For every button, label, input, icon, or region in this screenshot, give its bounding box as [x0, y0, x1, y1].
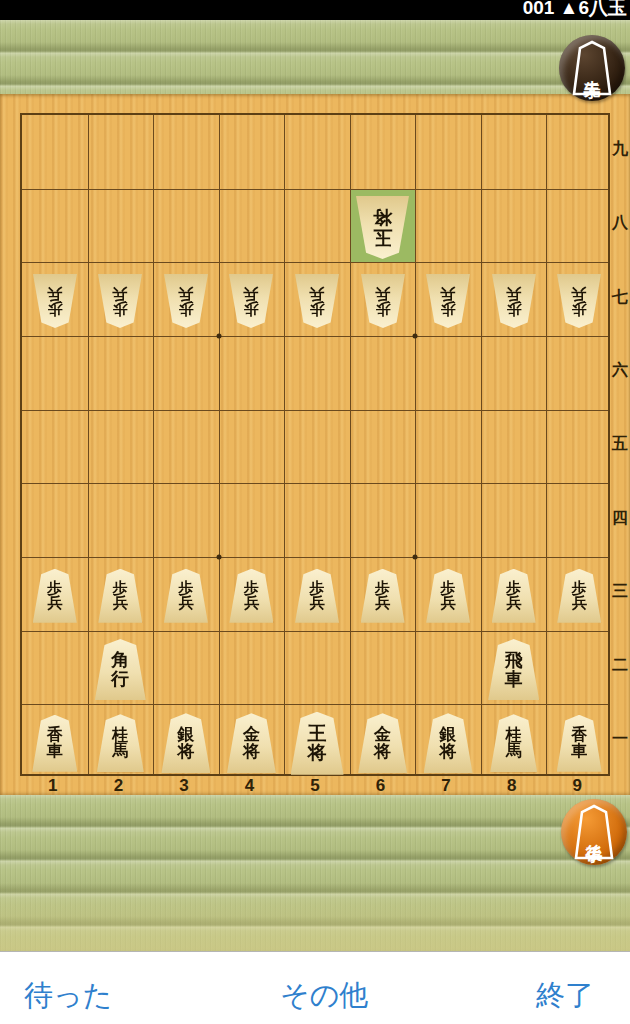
piece-kanji: 歩 [113, 301, 128, 316]
file-label: 5 [282, 777, 348, 795]
piece-4-3[interactable]: 歩兵 [229, 569, 273, 623]
file-label: 7 [413, 777, 479, 795]
piece-kanji: 将 [374, 743, 391, 760]
file-label: 9 [544, 777, 610, 795]
shogi-board: 玉将歩兵歩兵歩兵歩兵歩兵歩兵歩兵歩兵歩兵歩兵歩兵歩兵歩兵歩兵歩兵歩兵歩兵歩兵角行… [0, 94, 630, 795]
piece-kanji: 車 [505, 670, 523, 688]
rank-label: 七 [610, 260, 630, 334]
piece-7-3[interactable]: 歩兵 [426, 569, 470, 623]
piece-kanji: 兵 [506, 286, 521, 301]
piece-kanji: 兵 [572, 596, 587, 611]
grid-line-horizontal [22, 631, 608, 632]
move-number-label: 001 ▲6八玉 [523, 0, 627, 20]
piece-kanji: 歩 [178, 301, 193, 316]
piece-kanji: 兵 [441, 596, 456, 611]
piece-kanji: 車 [571, 743, 587, 759]
piece-7-7[interactable]: 歩兵 [426, 274, 470, 328]
piece-kanji: 兵 [113, 286, 128, 301]
grid-line-horizontal [22, 483, 608, 484]
piece-kanji: 兵 [310, 596, 325, 611]
piece-kanji: 兵 [178, 596, 193, 611]
piece-2-7[interactable]: 歩兵 [98, 274, 142, 328]
piece-6-3[interactable]: 歩兵 [361, 569, 405, 623]
piece-kanji: 兵 [310, 286, 325, 301]
grid-line-vertical [284, 115, 285, 774]
piece-4-1[interactable]: 金将 [227, 713, 276, 773]
undo-button[interactable]: 待った [24, 966, 112, 1024]
rank-label: 八 [610, 187, 630, 261]
file-label: 2 [86, 777, 152, 795]
rank-label: 三 [610, 555, 630, 629]
grid-line-horizontal [22, 557, 608, 558]
piece-7-1[interactable]: 銀将 [424, 713, 473, 773]
piece-kanji: 兵 [441, 286, 456, 301]
grid-line-horizontal [22, 262, 608, 263]
piece-9-3[interactable]: 歩兵 [557, 569, 601, 623]
piece-2-1[interactable]: 桂馬 [97, 714, 144, 772]
piece-kanji: 兵 [113, 596, 128, 611]
star-point [216, 555, 221, 560]
grid-line-horizontal [22, 336, 608, 337]
piece-2-3[interactable]: 歩兵 [98, 569, 142, 623]
piece-kanji: 歩 [375, 301, 390, 316]
grid-line-vertical [481, 115, 482, 774]
piece-kanji: 歩 [441, 301, 456, 316]
piece-5-7[interactable]: 歩兵 [295, 274, 339, 328]
star-point [216, 334, 221, 339]
piece-3-7[interactable]: 歩兵 [164, 274, 208, 328]
sente-player-badge: 先手 [559, 35, 625, 101]
piece-kanji: 歩 [572, 301, 587, 316]
piece-kanji: 兵 [506, 596, 521, 611]
piece-kanji: 兵 [47, 286, 62, 301]
piece-kanji: 馬 [112, 743, 128, 759]
piece-kanji: 将 [243, 743, 260, 760]
piece-kanji: 兵 [244, 286, 259, 301]
star-point [413, 555, 418, 560]
piece-2-2[interactable]: 角行 [95, 639, 146, 700]
rank-label: 九 [610, 113, 630, 187]
rank-label: 六 [610, 334, 630, 408]
rank-label: 四 [610, 481, 630, 555]
grid-line-vertical [415, 115, 416, 774]
piece-8-3[interactable]: 歩兵 [492, 569, 536, 623]
piece-kanji: 兵 [375, 286, 390, 301]
piece-8-1[interactable]: 桂馬 [490, 714, 537, 772]
star-point [413, 334, 418, 339]
piece-kanji: 兵 [244, 596, 259, 611]
piece-kanji: 兵 [375, 596, 390, 611]
file-label: 3 [151, 777, 217, 795]
file-label: 6 [348, 777, 414, 795]
piece-9-1[interactable]: 香車 [557, 715, 602, 772]
piece-kanji: 将 [177, 743, 194, 760]
piece-4-7[interactable]: 歩兵 [229, 274, 273, 328]
status-bar: 001 ▲6八玉 [0, 0, 630, 20]
piece-kanji: 歩 [244, 301, 259, 316]
file-label: 8 [479, 777, 545, 795]
piece-1-7[interactable]: 歩兵 [33, 274, 77, 328]
piece-kanji: 角 [111, 651, 129, 669]
grid-line-vertical [88, 115, 89, 774]
piece-3-3[interactable]: 歩兵 [164, 569, 208, 623]
tatami-band-top [0, 20, 630, 94]
file-label: 4 [217, 777, 283, 795]
other-button[interactable]: その他 [280, 966, 368, 1024]
grid-line-vertical [153, 115, 154, 774]
piece-kanji: 歩 [47, 301, 62, 316]
piece-kanji: 行 [111, 670, 129, 688]
piece-kanji: 歩 [310, 301, 325, 316]
rank-label: 二 [610, 629, 630, 703]
piece-5-3[interactable]: 歩兵 [295, 569, 339, 623]
tatami-band-bottom [0, 795, 630, 952]
piece-kanji: 歩 [506, 301, 521, 316]
app-screen: 001 ▲6八玉 先手 玉将歩兵歩兵歩兵歩兵歩兵歩兵歩兵歩兵歩兵歩兵歩兵歩兵歩兵… [0, 0, 630, 1024]
piece-8-7[interactable]: 歩兵 [492, 274, 536, 328]
grid-line-vertical [546, 115, 547, 774]
piece-kanji: 将 [440, 743, 457, 760]
sente-badge-label: 先手 [584, 66, 601, 70]
piece-6-1[interactable]: 金将 [358, 713, 407, 773]
piece-kanji: 将 [308, 743, 327, 762]
quit-button[interactable]: 終了 [536, 966, 594, 1024]
piece-kanji: 飛 [505, 651, 523, 669]
grid-line-horizontal [22, 189, 608, 190]
rank-label: 五 [610, 408, 630, 482]
gote-badge-label: 後手 [586, 830, 603, 834]
piece-1-3[interactable]: 歩兵 [33, 569, 77, 623]
grid-line-horizontal [22, 410, 608, 411]
footer-toolbar: 待った その他 終了 [0, 952, 630, 1024]
gote-player-badge: 後手 [561, 799, 627, 865]
piece-kanji: 馬 [506, 743, 522, 759]
piece-kanji: 兵 [178, 286, 193, 301]
piece-3-1[interactable]: 銀将 [161, 713, 210, 773]
rank-label: 一 [610, 702, 630, 776]
piece-8-2[interactable]: 飛車 [488, 639, 539, 700]
piece-1-1[interactable]: 香車 [32, 715, 77, 772]
piece-kanji: 玉 [373, 228, 392, 247]
piece-kanji: 車 [47, 743, 63, 759]
piece-9-7[interactable]: 歩兵 [557, 274, 601, 328]
piece-kanji: 兵 [47, 596, 62, 611]
grid-line-vertical [219, 115, 220, 774]
board-grid[interactable]: 玉将歩兵歩兵歩兵歩兵歩兵歩兵歩兵歩兵歩兵歩兵歩兵歩兵歩兵歩兵歩兵歩兵歩兵歩兵角行… [20, 113, 610, 776]
piece-kanji: 将 [373, 208, 392, 227]
piece-5-1[interactable]: 王将 [291, 712, 344, 775]
file-label: 1 [20, 777, 86, 795]
piece-6-7[interactable]: 歩兵 [361, 274, 405, 328]
grid-line-horizontal [22, 704, 608, 705]
piece-kanji: 兵 [572, 286, 587, 301]
grid-line-vertical [350, 115, 351, 774]
